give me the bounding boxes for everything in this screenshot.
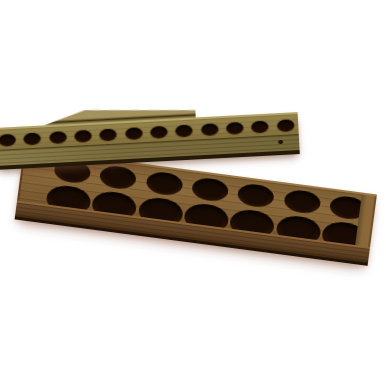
pit[interactable] <box>0 134 16 147</box>
pit[interactable] <box>237 182 276 209</box>
pit[interactable] <box>150 126 168 139</box>
mancala-board-1x12 <box>0 112 300 169</box>
peg-hole <box>278 140 283 144</box>
pit[interactable] <box>125 127 143 140</box>
pit[interactable] <box>74 130 92 143</box>
pit[interactable] <box>191 176 230 203</box>
pit[interactable] <box>226 122 244 135</box>
pit[interactable] <box>251 121 269 134</box>
pit[interactable] <box>201 123 219 136</box>
pit[interactable] <box>277 119 295 132</box>
pit[interactable] <box>176 125 194 138</box>
product-photo <box>0 0 386 386</box>
pit[interactable] <box>24 133 42 146</box>
pit[interactable] <box>49 131 67 144</box>
pit[interactable] <box>145 170 184 197</box>
pit[interactable] <box>283 188 322 215</box>
pit[interactable] <box>99 164 138 191</box>
pit[interactable] <box>100 129 118 142</box>
